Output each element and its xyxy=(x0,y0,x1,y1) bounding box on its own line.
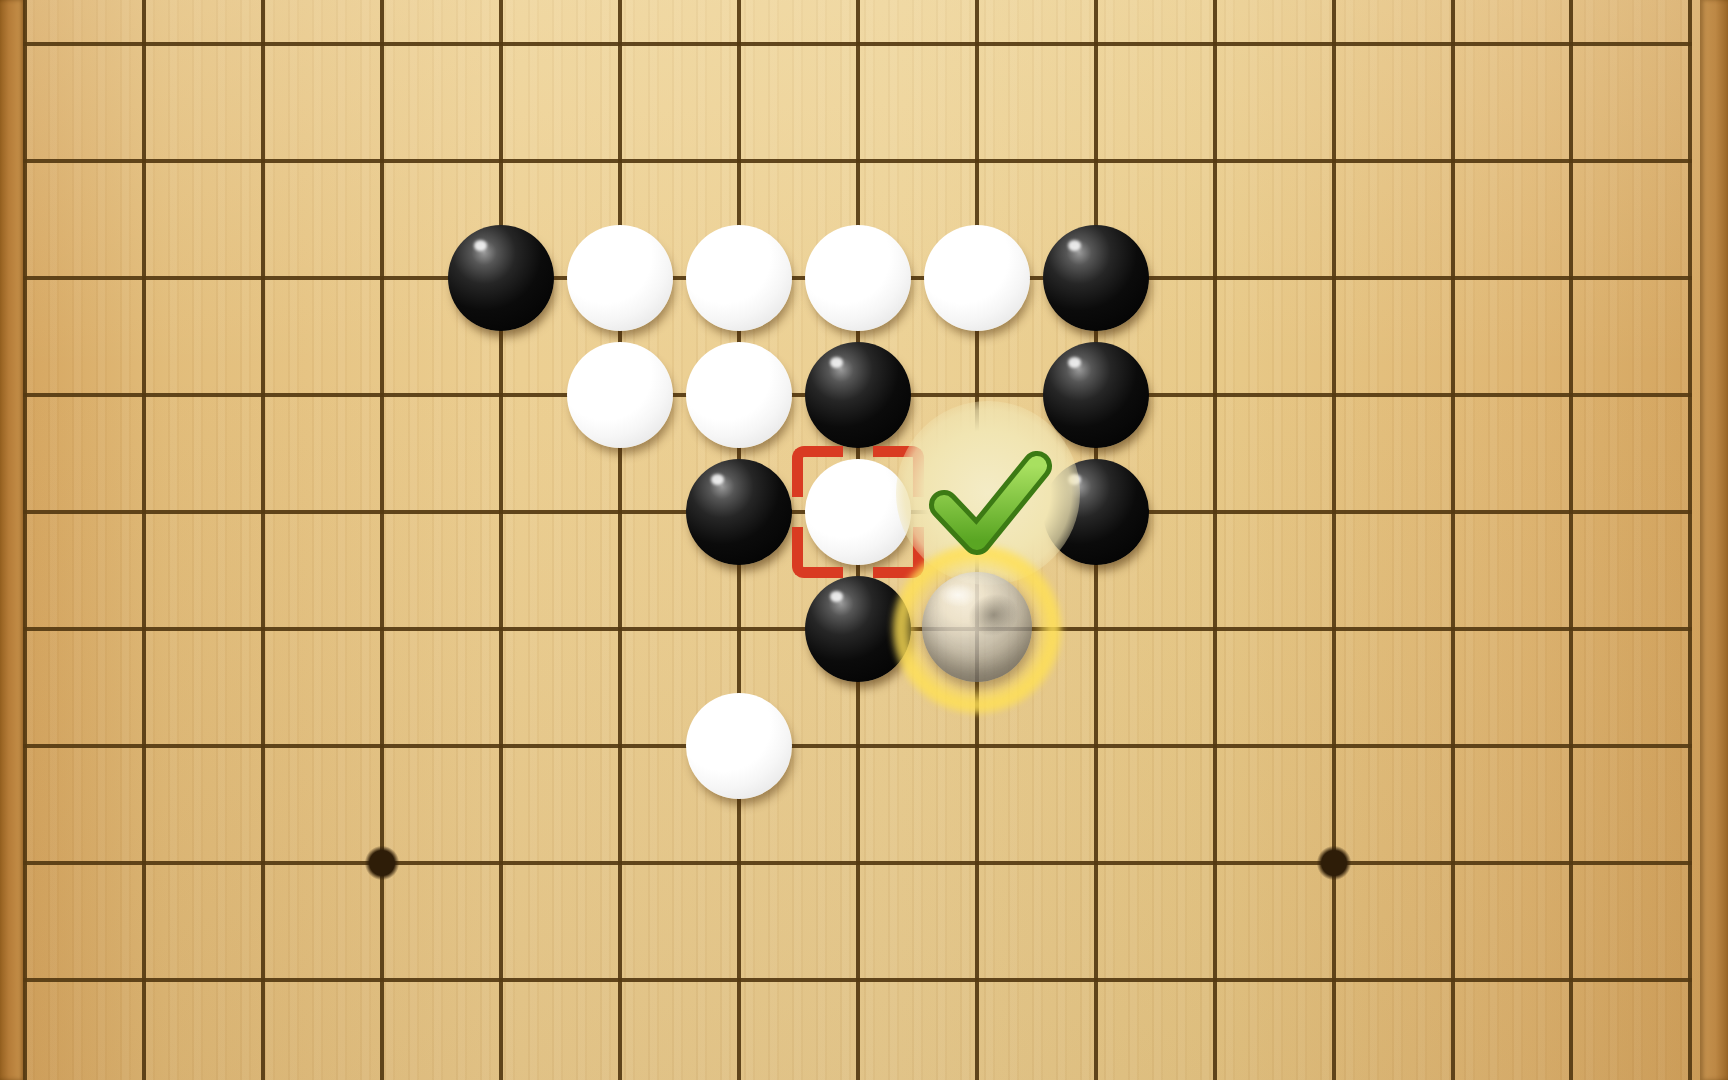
grid-line-horizontal-5 xyxy=(23,42,1692,46)
go-board[interactable] xyxy=(0,0,1728,1080)
black-stone-8-8 xyxy=(805,342,911,448)
preview-stone[interactable] xyxy=(922,572,1032,682)
grid-line-horizontal-11 xyxy=(23,744,1692,748)
white-stone-7-7 xyxy=(686,225,792,331)
grid-line-horizontal-13 xyxy=(23,978,1692,982)
grid-line-horizontal-12 xyxy=(23,861,1692,865)
white-stone-7-11 xyxy=(686,693,792,799)
white-stone-7-8 xyxy=(686,342,792,448)
green-checkmark-icon xyxy=(927,450,1053,552)
white-stone-6-7 xyxy=(567,225,673,331)
black-stone-10-8 xyxy=(1043,342,1149,448)
black-stone-7-9 xyxy=(686,459,792,565)
white-stone-6-8 xyxy=(567,342,673,448)
red-target-corner-bl xyxy=(792,527,843,578)
board-right-edge xyxy=(1700,0,1728,1080)
board-left-edge xyxy=(0,0,25,1080)
white-stone-8-7 xyxy=(805,225,911,331)
star-point-4-12 xyxy=(365,846,399,880)
black-stone-10-7 xyxy=(1043,225,1149,331)
grid-line-horizontal-6 xyxy=(23,159,1692,163)
black-stone-5-7 xyxy=(448,225,554,331)
star-point-12-12 xyxy=(1317,846,1351,880)
white-stone-9-7 xyxy=(924,225,1030,331)
red-target-corner-tl xyxy=(792,446,843,497)
